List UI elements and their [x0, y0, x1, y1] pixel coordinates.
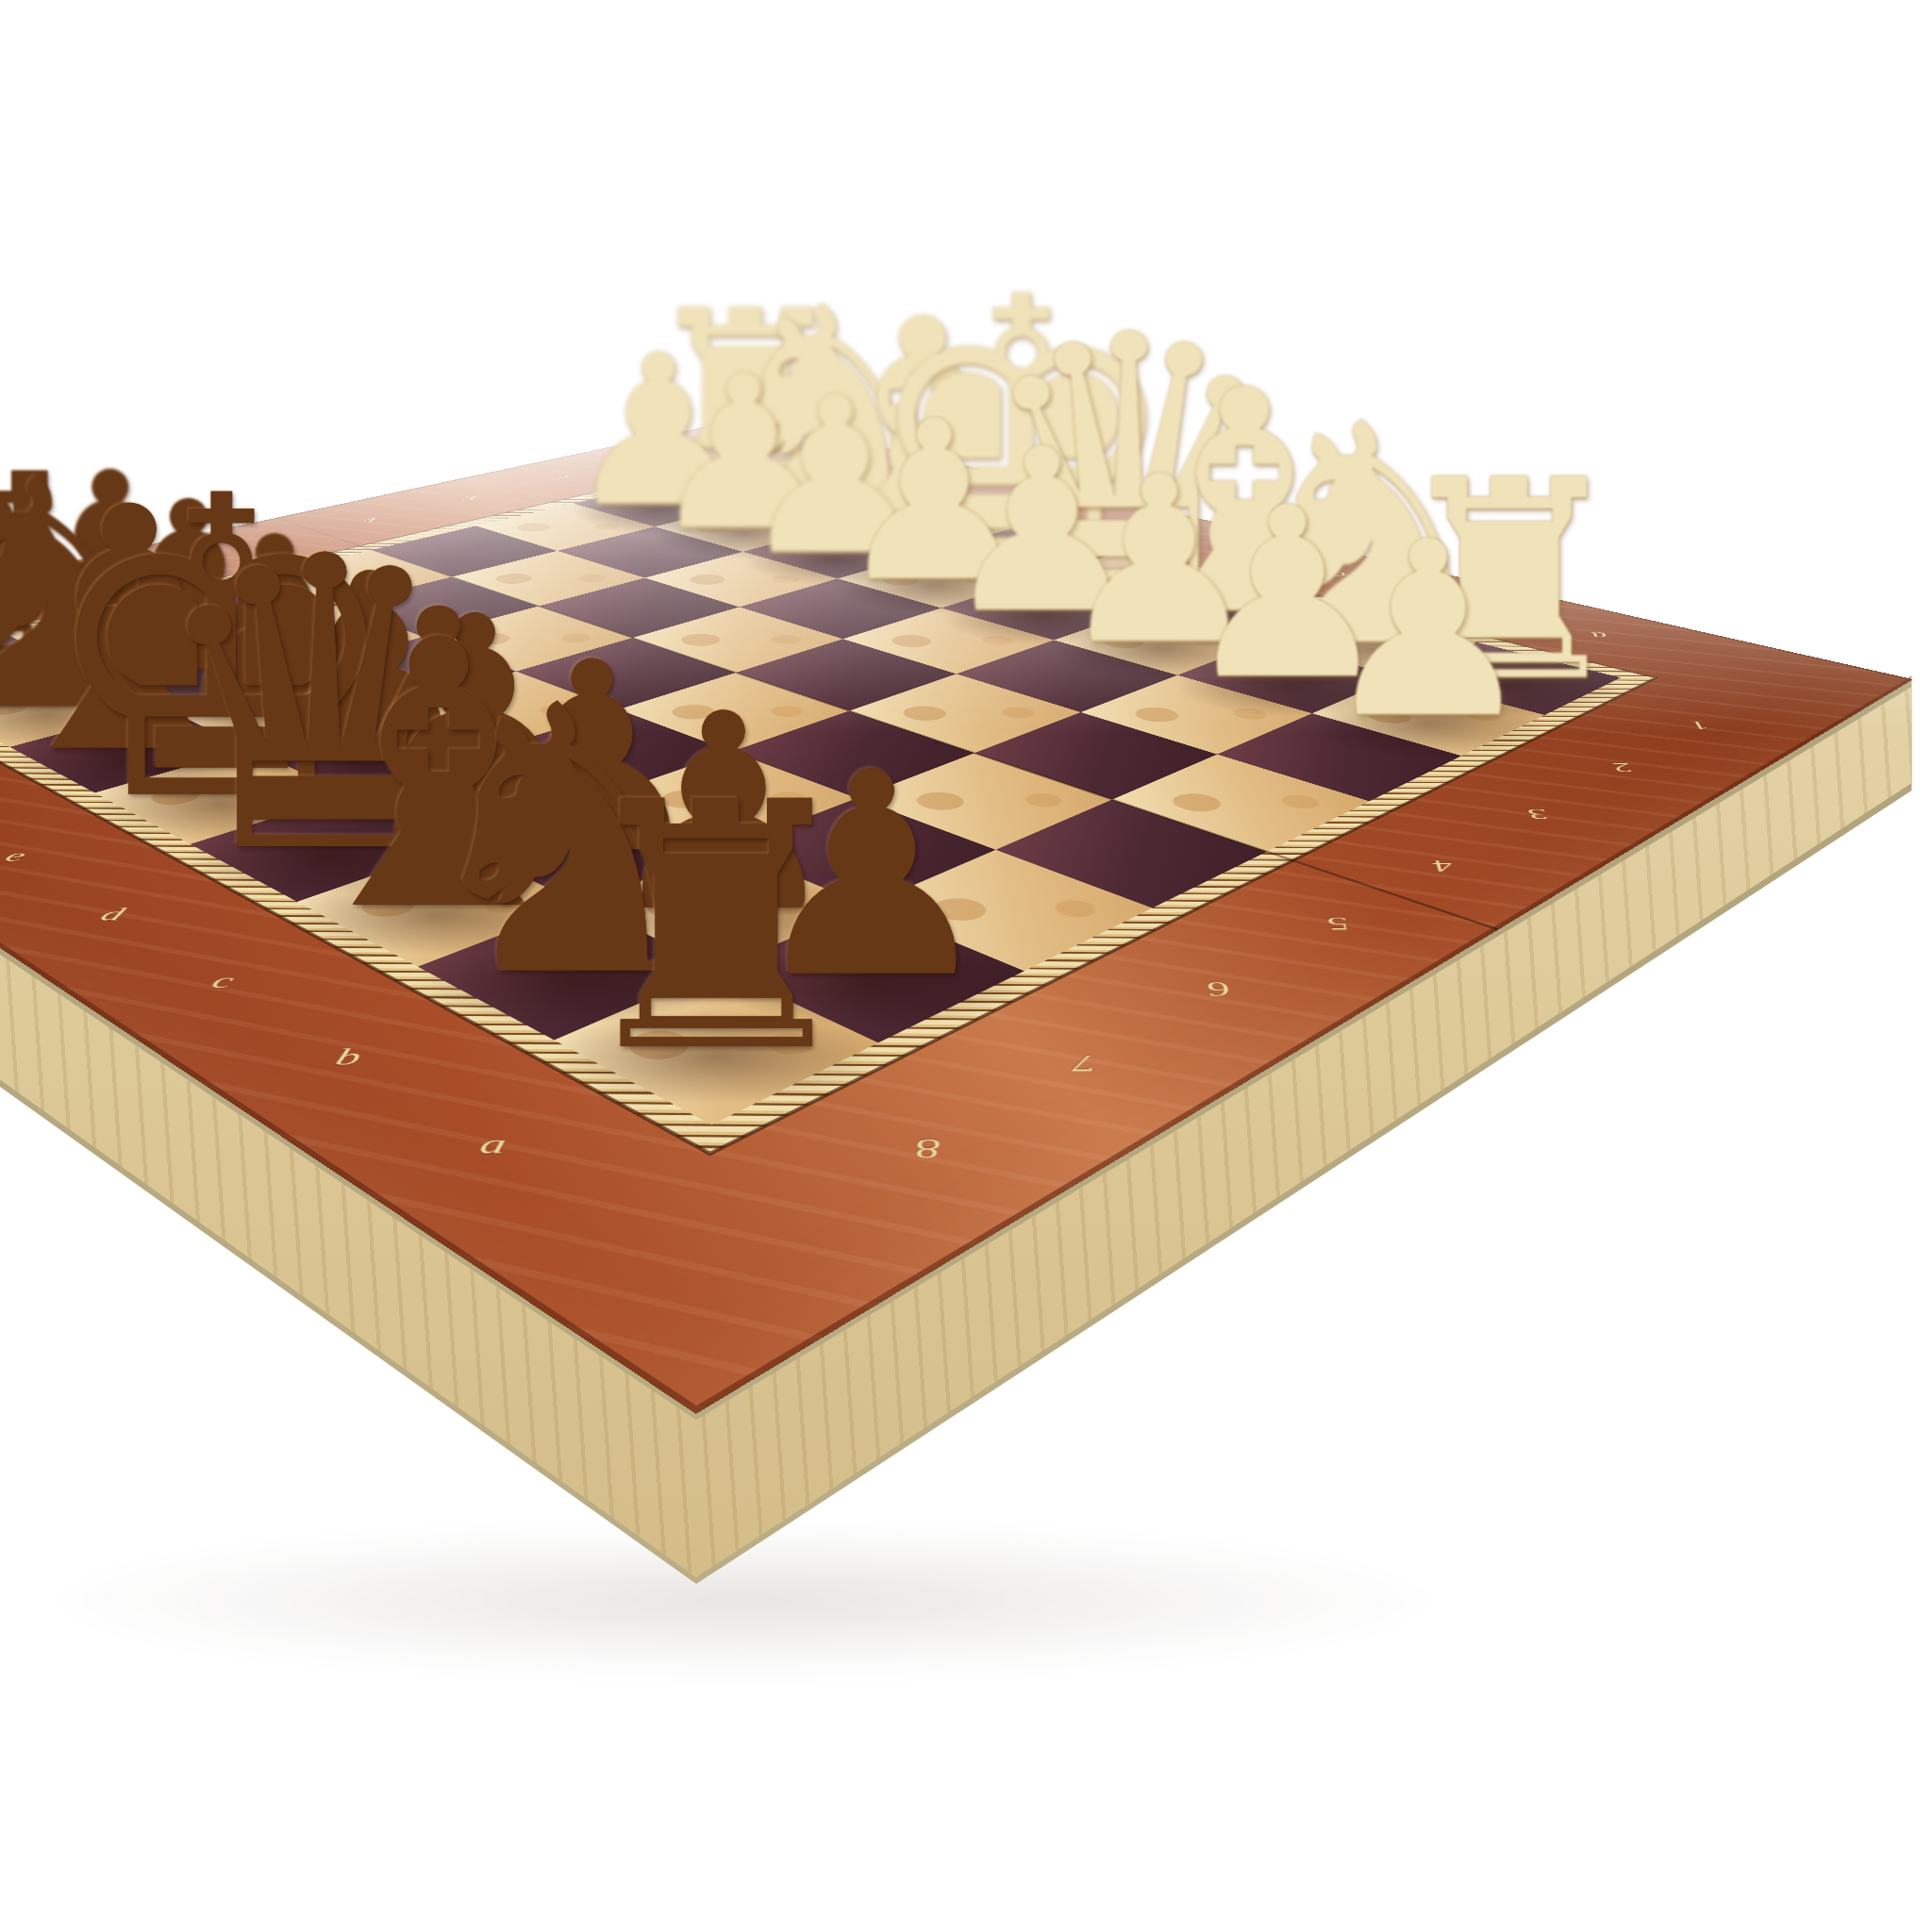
product-photo-stage: hhggffeeddccbbaa8877665544332211 ♜♞♝♛♚♝♞…	[0, 0, 1932, 1932]
piece-white-pawn-a2: ♟	[1320, 510, 1537, 753]
piece-black-rook-a8: ♜	[564, 758, 869, 1097]
pieces-layer: ♜♞♝♛♚♝♞♜♟♟♟♟♟♟♟♟♟♟♟♟♟♟♟♟♜♞♝♛♚♝♞♜	[0, 0, 1932, 1932]
